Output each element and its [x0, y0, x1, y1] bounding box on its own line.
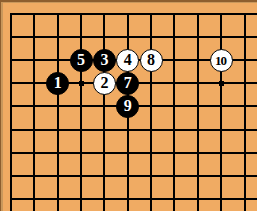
intersection-9-8: [186, 164, 209, 187]
intersection-10-4: [209, 72, 232, 95]
intersection-1-5: [0, 95, 23, 118]
intersection-8-4: [163, 72, 186, 95]
intersection-11-8: [233, 164, 256, 187]
intersection-11-4: [233, 72, 256, 95]
intersection-9-1: [186, 2, 209, 25]
intersection-6-1: [116, 2, 139, 25]
stone-white-10: 10: [210, 49, 233, 72]
intersection-3-3: [46, 49, 69, 72]
intersection-1-4: [0, 72, 23, 95]
intersection-8-6: [163, 118, 186, 141]
intersection-2-9: [23, 187, 46, 210]
intersection-5-7: [93, 141, 116, 164]
intersection-7-2: [139, 26, 162, 49]
intersection-10-3: 10: [209, 49, 232, 72]
intersection-2-1: [23, 2, 46, 25]
intersection-7-8: [139, 164, 162, 187]
intersection-6-9: [116, 187, 139, 210]
intersection-9-4: [186, 72, 209, 95]
intersection-4-4: [69, 72, 92, 95]
go-board: 5348101279: [0, 0, 257, 211]
intersection-7-3: 8: [139, 49, 162, 72]
intersection-2-5: [23, 95, 46, 118]
intersection-9-5: [186, 95, 209, 118]
intersection-10-2: [209, 26, 232, 49]
intersection-2-3: [23, 49, 46, 72]
intersection-8-7: [163, 141, 186, 164]
intersection-4-6: [69, 118, 92, 141]
intersection-10-1: [209, 2, 232, 25]
star-point-10-4: [219, 81, 224, 86]
intersection-11-5: [233, 95, 256, 118]
intersection-8-3: [163, 49, 186, 72]
intersection-3-5: [46, 95, 69, 118]
intersection-7-6: [139, 118, 162, 141]
intersection-1-7: [0, 141, 23, 164]
intersection-4-2: [69, 26, 92, 49]
stone-black-3: 3: [93, 49, 116, 72]
intersection-6-8: [116, 164, 139, 187]
intersection-1-6: [0, 118, 23, 141]
intersection-6-2: [116, 26, 139, 49]
intersection-4-1: [69, 2, 92, 25]
intersection-2-2: [23, 26, 46, 49]
intersection-4-7: [69, 141, 92, 164]
intersection-3-2: [46, 26, 69, 49]
intersection-8-9: [163, 187, 186, 210]
intersection-10-9: [209, 187, 232, 210]
intersection-6-4: 7: [116, 72, 139, 95]
intersection-5-3: 3: [93, 49, 116, 72]
intersection-5-9: [93, 187, 116, 210]
intersection-1-3: [0, 49, 23, 72]
intersection-10-8: [209, 164, 232, 187]
intersection-7-1: [139, 2, 162, 25]
frame-left-light-edge: [1, 3, 3, 211]
stone-white-2: 2: [93, 72, 116, 95]
intersection-5-4: 2: [93, 72, 116, 95]
intersection-1-2: [0, 26, 23, 49]
intersection-7-9: [139, 187, 162, 210]
intersection-5-8: [93, 164, 116, 187]
intersection-8-5: [163, 95, 186, 118]
stone-white-8: 8: [140, 49, 163, 72]
intersection-1-8: [0, 164, 23, 187]
intersection-3-8: [46, 164, 69, 187]
stone-black-7: 7: [116, 72, 139, 95]
stone-black-5: 5: [70, 49, 93, 72]
intersection-4-8: [69, 164, 92, 187]
intersection-7-7: [139, 141, 162, 164]
intersection-1-9: [0, 187, 23, 210]
intersection-11-9: [233, 187, 256, 210]
frame-top-light-edge: [0, 2, 257, 3]
intersection-2-7: [23, 141, 46, 164]
intersection-8-1: [163, 2, 186, 25]
intersection-9-9: [186, 187, 209, 210]
intersection-9-6: [186, 118, 209, 141]
intersection-2-4: [23, 72, 46, 95]
intersection-5-2: [93, 26, 116, 49]
intersection-11-7: [233, 141, 256, 164]
intersection-7-4: [139, 72, 162, 95]
intersection-8-2: [163, 26, 186, 49]
intersection-3-1: [46, 2, 69, 25]
intersection-8-8: [163, 164, 186, 187]
intersection-3-7: [46, 141, 69, 164]
intersection-5-1: [93, 2, 116, 25]
intersection-3-6: [46, 118, 69, 141]
intersection-10-7: [209, 141, 232, 164]
intersection-3-4: 1: [46, 72, 69, 95]
intersection-10-5: [209, 95, 232, 118]
star-point-4-4: [79, 81, 84, 86]
stone-black-1: 1: [46, 72, 69, 95]
intersection-1-1: [0, 2, 23, 25]
intersection-11-1: [233, 2, 256, 25]
intersection-9-2: [186, 26, 209, 49]
intersection-9-7: [186, 141, 209, 164]
intersection-6-7: [116, 141, 139, 164]
intersection-9-3: [186, 49, 209, 72]
intersection-7-5: [139, 95, 162, 118]
intersection-5-5: [93, 95, 116, 118]
intersection-11-6: [233, 118, 256, 141]
intersection-2-6: [23, 118, 46, 141]
intersection-4-5: [69, 95, 92, 118]
intersection-4-9: [69, 187, 92, 210]
intersection-6-5: 9: [116, 95, 139, 118]
intersection-11-3: [233, 49, 256, 72]
intersection-5-6: [93, 118, 116, 141]
board-grid: 5348101279: [0, 2, 256, 210]
stone-white-4: 4: [116, 49, 139, 72]
intersection-10-6: [209, 118, 232, 141]
intersection-6-3: 4: [116, 49, 139, 72]
intersection-3-9: [46, 187, 69, 210]
intersection-2-8: [23, 164, 46, 187]
stone-black-9: 9: [116, 95, 139, 118]
intersection-11-2: [233, 26, 256, 49]
intersection-6-6: [116, 118, 139, 141]
intersection-4-3: 5: [69, 49, 92, 72]
